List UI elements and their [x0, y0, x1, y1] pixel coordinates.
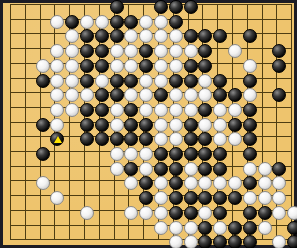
white-stone[interactable] — [169, 103, 183, 117]
black-stone[interactable] — [213, 88, 227, 102]
go-board[interactable] — [3, 3, 294, 245]
black-stone[interactable] — [95, 103, 109, 117]
black-stone[interactable] — [287, 221, 297, 235]
black-stone[interactable] — [169, 206, 183, 220]
black-stone[interactable] — [110, 29, 124, 43]
white-stone[interactable] — [124, 29, 138, 43]
black-stone[interactable] — [198, 162, 212, 176]
black-stone[interactable] — [169, 15, 183, 29]
white-stone[interactable] — [124, 59, 138, 73]
white-stone[interactable] — [184, 88, 198, 102]
black-stone[interactable] — [139, 44, 153, 58]
black-stone[interactable] — [198, 191, 212, 205]
black-stone[interactable] — [80, 132, 94, 146]
black-stone[interactable] — [243, 74, 257, 88]
white-stone[interactable] — [110, 162, 124, 176]
black-stone[interactable] — [124, 15, 138, 29]
black-stone[interactable] — [184, 59, 198, 73]
black-stone[interactable] — [139, 118, 153, 132]
black-stone[interactable] — [110, 15, 124, 29]
black-stone[interactable] — [243, 235, 257, 248]
black-stone[interactable] — [243, 206, 257, 220]
white-stone[interactable] — [198, 118, 212, 132]
black-stone[interactable] — [154, 0, 168, 14]
white-stone[interactable] — [228, 103, 242, 117]
black-stone[interactable] — [124, 74, 138, 88]
white-stone[interactable] — [243, 88, 257, 102]
black-stone[interactable] — [80, 74, 94, 88]
white-stone[interactable] — [110, 44, 124, 58]
white-stone[interactable] — [169, 118, 183, 132]
black-stone[interactable] — [243, 29, 257, 43]
black-stone[interactable] — [184, 0, 198, 14]
white-stone[interactable] — [65, 74, 79, 88]
black-stone[interactable] — [124, 162, 138, 176]
go-game-window — [0, 0, 297, 248]
black-stone[interactable] — [95, 118, 109, 132]
black-stone[interactable] — [213, 147, 227, 161]
white-stone[interactable] — [50, 74, 64, 88]
black-stone[interactable] — [139, 176, 153, 190]
black-stone[interactable] — [213, 206, 227, 220]
black-stone[interactable] — [228, 118, 242, 132]
black-stone[interactable] — [80, 118, 94, 132]
white-stone[interactable] — [169, 235, 183, 248]
white-stone[interactable] — [243, 59, 257, 73]
black-stone[interactable] — [184, 132, 198, 146]
black-stone[interactable] — [243, 103, 257, 117]
white-stone[interactable] — [169, 59, 183, 73]
white-stone[interactable] — [258, 221, 272, 235]
black-stone[interactable] — [184, 147, 198, 161]
white-stone[interactable] — [184, 235, 198, 248]
white-stone[interactable] — [213, 118, 227, 132]
black-stone[interactable] — [169, 147, 183, 161]
black-stone[interactable] — [95, 44, 109, 58]
black-stone[interactable] — [80, 44, 94, 58]
black-stone[interactable] — [95, 29, 109, 43]
white-stone[interactable] — [124, 44, 138, 58]
white-stone[interactable] — [110, 147, 124, 161]
black-stone[interactable] — [272, 88, 286, 102]
black-stone[interactable] — [198, 29, 212, 43]
black-stone[interactable] — [169, 0, 183, 14]
black-stone[interactable] — [272, 44, 286, 58]
white-stone[interactable] — [124, 206, 138, 220]
black-stone[interactable] — [198, 103, 212, 117]
black-stone[interactable] — [243, 147, 257, 161]
white-stone[interactable] — [110, 59, 124, 73]
black-stone[interactable] — [213, 235, 227, 248]
white-stone[interactable] — [272, 235, 286, 248]
white-stone[interactable] — [198, 176, 212, 190]
white-stone[interactable] — [154, 118, 168, 132]
white-stone[interactable] — [154, 103, 168, 117]
white-stone[interactable] — [124, 147, 138, 161]
white-stone[interactable] — [154, 206, 168, 220]
white-stone[interactable] — [50, 59, 64, 73]
white-stone[interactable] — [228, 132, 242, 146]
white-stone[interactable] — [139, 162, 153, 176]
black-stone[interactable] — [95, 59, 109, 73]
black-stone[interactable] — [213, 74, 227, 88]
black-stone[interactable] — [154, 88, 168, 102]
white-stone[interactable] — [213, 132, 227, 146]
white-stone[interactable] — [50, 191, 64, 205]
white-stone[interactable] — [95, 74, 109, 88]
black-stone[interactable] — [36, 74, 50, 88]
black-stone[interactable] — [110, 0, 124, 14]
black-stone[interactable] — [110, 74, 124, 88]
white-stone[interactable] — [36, 176, 50, 190]
black-stone[interactable] — [184, 118, 198, 132]
white-stone[interactable] — [139, 147, 153, 161]
white-stone[interactable] — [184, 162, 198, 176]
black-stone[interactable] — [184, 74, 198, 88]
white-stone[interactable] — [110, 118, 124, 132]
white-stone[interactable] — [272, 176, 286, 190]
white-stone[interactable] — [272, 191, 286, 205]
black-stone[interactable] — [287, 235, 297, 248]
white-stone[interactable] — [258, 162, 272, 176]
white-stone[interactable] — [80, 88, 94, 102]
black-stone[interactable] — [228, 235, 242, 248]
white-stone[interactable] — [124, 176, 138, 190]
last-move-marker — [54, 136, 62, 143]
white-stone[interactable] — [243, 191, 257, 205]
black-stone[interactable] — [243, 176, 257, 190]
white-stone[interactable] — [110, 103, 124, 117]
white-stone[interactable] — [80, 206, 94, 220]
black-stone[interactable] — [65, 15, 79, 29]
white-stone[interactable] — [65, 59, 79, 73]
black-stone[interactable] — [272, 162, 286, 176]
white-stone[interactable] — [213, 221, 227, 235]
white-stone[interactable] — [228, 176, 242, 190]
white-stone[interactable] — [65, 44, 79, 58]
black-stone[interactable] — [154, 147, 168, 161]
white-stone[interactable] — [50, 15, 64, 29]
black-stone[interactable] — [124, 103, 138, 117]
white-stone[interactable] — [169, 88, 183, 102]
white-stone[interactable] — [139, 103, 153, 117]
white-stone[interactable] — [80, 15, 94, 29]
white-stone[interactable] — [198, 88, 212, 102]
white-stone[interactable] — [50, 103, 64, 117]
white-stone[interactable] — [139, 15, 153, 29]
black-stone[interactable] — [169, 176, 183, 190]
black-stone[interactable] — [139, 59, 153, 73]
white-stone[interactable] — [184, 176, 198, 190]
black-stone[interactable] — [139, 132, 153, 146]
black-stone[interactable] — [243, 132, 257, 146]
black-stone[interactable] — [169, 191, 183, 205]
white-stone[interactable] — [184, 44, 198, 58]
black-stone[interactable] — [169, 162, 183, 176]
black-stone[interactable] — [272, 59, 286, 73]
black-stone[interactable] — [213, 191, 227, 205]
black-stone[interactable] — [228, 191, 242, 205]
black-stone[interactable] — [198, 221, 212, 235]
white-stone[interactable] — [258, 191, 272, 205]
white-stone[interactable] — [169, 44, 183, 58]
grid-line-horizontal — [10, 4, 291, 5]
white-stone[interactable] — [198, 206, 212, 220]
black-stone[interactable] — [36, 147, 50, 161]
white-stone[interactable] — [139, 29, 153, 43]
white-stone[interactable] — [50, 44, 64, 58]
white-stone[interactable] — [154, 221, 168, 235]
white-stone[interactable] — [139, 74, 153, 88]
white-stone[interactable] — [139, 206, 153, 220]
black-stone[interactable] — [198, 59, 212, 73]
black-stone[interactable] — [36, 118, 50, 132]
black-stone[interactable] — [169, 74, 183, 88]
black-stone[interactable] — [110, 88, 124, 102]
black-stone[interactable] — [213, 162, 227, 176]
white-stone[interactable] — [169, 132, 183, 146]
white-stone[interactable] — [154, 132, 168, 146]
black-stone[interactable] — [184, 29, 198, 43]
white-stone[interactable] — [287, 206, 297, 220]
white-stone[interactable] — [50, 118, 64, 132]
black-stone[interactable] — [198, 147, 212, 161]
white-stone[interactable] — [184, 103, 198, 117]
white-stone[interactable] — [243, 162, 257, 176]
black-stone[interactable] — [95, 88, 109, 102]
white-stone[interactable] — [169, 221, 183, 235]
black-stone[interactable] — [80, 103, 94, 117]
white-stone[interactable] — [272, 206, 286, 220]
white-stone[interactable] — [213, 176, 227, 190]
white-stone[interactable] — [154, 29, 168, 43]
black-stone[interactable] — [198, 235, 212, 248]
white-stone[interactable] — [213, 103, 227, 117]
grid-line-vertical — [291, 4, 292, 239]
white-stone[interactable] — [95, 15, 109, 29]
white-stone[interactable] — [258, 176, 272, 190]
white-stone[interactable] — [154, 176, 168, 190]
white-stone[interactable] — [154, 59, 168, 73]
white-stone[interactable] — [154, 44, 168, 58]
black-stone[interactable] — [243, 118, 257, 132]
white-stone[interactable] — [228, 44, 242, 58]
white-stone[interactable] — [154, 15, 168, 29]
white-stone[interactable] — [169, 29, 183, 43]
white-stone[interactable] — [139, 88, 153, 102]
black-stone[interactable] — [139, 191, 153, 205]
black-stone[interactable] — [80, 29, 94, 43]
white-stone[interactable] — [198, 74, 212, 88]
white-stone[interactable] — [154, 74, 168, 88]
white-stone[interactable] — [65, 103, 79, 117]
black-stone[interactable] — [80, 59, 94, 73]
black-stone[interactable] — [154, 162, 168, 176]
black-stone[interactable] — [258, 206, 272, 220]
white-stone[interactable] — [65, 88, 79, 102]
black-stone[interactable] — [124, 118, 138, 132]
white-stone[interactable] — [154, 191, 168, 205]
white-stone[interactable] — [65, 29, 79, 43]
black-stone[interactable] — [124, 132, 138, 146]
white-stone[interactable] — [184, 221, 198, 235]
black-stone[interactable] — [198, 132, 212, 146]
black-stone[interactable] — [184, 206, 198, 220]
black-stone[interactable] — [95, 132, 109, 146]
black-stone[interactable] — [198, 44, 212, 58]
white-stone[interactable] — [36, 59, 50, 73]
black-stone[interactable] — [228, 221, 242, 235]
black-stone[interactable] — [228, 88, 242, 102]
white-stone[interactable] — [50, 88, 64, 102]
black-stone[interactable] — [110, 132, 124, 146]
black-stone[interactable] — [243, 221, 257, 235]
black-stone[interactable] — [184, 191, 198, 205]
black-stone[interactable] — [213, 29, 227, 43]
white-stone[interactable] — [124, 88, 138, 102]
